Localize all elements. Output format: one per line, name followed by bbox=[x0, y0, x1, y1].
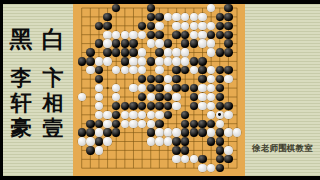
black-stone bbox=[103, 48, 111, 56]
go-board[interactable] bbox=[73, 4, 245, 176]
white-stone bbox=[172, 57, 180, 65]
black-stone bbox=[224, 155, 232, 163]
white-stone bbox=[155, 57, 163, 65]
white-stone bbox=[103, 137, 111, 145]
white-stone bbox=[198, 39, 206, 47]
black-player-name-column: 黑李轩豪 bbox=[9, 27, 33, 139]
white-stone bbox=[190, 22, 198, 30]
black-stone bbox=[103, 22, 111, 30]
white-stone bbox=[172, 93, 180, 101]
white-stone bbox=[207, 39, 215, 47]
white-stone bbox=[216, 120, 224, 128]
white-stone bbox=[121, 111, 129, 119]
black-stone bbox=[147, 128, 155, 136]
black-stone bbox=[216, 128, 224, 136]
black-stone bbox=[78, 57, 86, 65]
black-stone bbox=[86, 57, 94, 65]
white-stone bbox=[172, 13, 180, 21]
black-stone bbox=[86, 146, 94, 154]
white-stone bbox=[164, 48, 172, 56]
white-stone bbox=[95, 146, 103, 154]
player-color-label: 白 bbox=[41, 27, 65, 51]
black-stone bbox=[147, 22, 155, 30]
white-stone bbox=[190, 13, 198, 21]
black-stone bbox=[198, 120, 206, 128]
black-stone bbox=[181, 137, 189, 145]
white-stone bbox=[86, 137, 94, 145]
white-stone bbox=[172, 128, 180, 136]
white-stone bbox=[198, 164, 206, 172]
black-stone bbox=[121, 57, 129, 65]
black-stone bbox=[155, 102, 163, 110]
black-stone bbox=[224, 13, 232, 21]
white-stone bbox=[198, 13, 206, 21]
white-stone bbox=[147, 120, 155, 128]
last-move-marker bbox=[218, 113, 221, 116]
white-stone bbox=[95, 57, 103, 65]
white-stone bbox=[155, 111, 163, 119]
black-stone bbox=[147, 31, 155, 39]
black-stone bbox=[129, 102, 137, 110]
white-stone bbox=[198, 31, 206, 39]
black-stone bbox=[147, 4, 155, 12]
black-stone bbox=[155, 75, 163, 83]
black-stone bbox=[112, 48, 120, 56]
black-stone bbox=[103, 128, 111, 136]
white-stone bbox=[172, 22, 180, 30]
white-stone bbox=[198, 93, 206, 101]
black-stone bbox=[147, 57, 155, 65]
black-stone bbox=[190, 120, 198, 128]
black-stone bbox=[147, 102, 155, 110]
player-name-char: 壹 bbox=[41, 117, 65, 139]
white-stone bbox=[155, 128, 163, 136]
white-stone bbox=[103, 31, 111, 39]
black-stone bbox=[190, 102, 198, 110]
video-frame: 黑李轩豪 白卞相壹 徐老师围棋教室 bbox=[0, 0, 320, 180]
black-stone bbox=[103, 13, 111, 21]
black-stone bbox=[216, 31, 224, 39]
black-stone bbox=[86, 120, 94, 128]
white-stone bbox=[103, 120, 111, 128]
black-stone bbox=[224, 66, 232, 74]
white-stone bbox=[181, 48, 189, 56]
player-name-char: 轩 bbox=[9, 92, 33, 114]
white-stone bbox=[103, 111, 111, 119]
white-stone bbox=[224, 75, 232, 83]
black-stone bbox=[172, 31, 180, 39]
white-stone bbox=[103, 39, 111, 47]
black-stone bbox=[155, 13, 163, 21]
black-stone bbox=[121, 102, 129, 110]
white-stone bbox=[155, 22, 163, 30]
black-stone bbox=[216, 137, 224, 145]
black-stone bbox=[129, 39, 137, 47]
black-stone bbox=[224, 48, 232, 56]
black-stone bbox=[198, 128, 206, 136]
white-stone bbox=[95, 128, 103, 136]
player-name-char: 豪 bbox=[9, 117, 33, 139]
white-stone bbox=[224, 128, 232, 136]
white-stone bbox=[147, 93, 155, 101]
black-stone bbox=[216, 146, 224, 154]
black-stone bbox=[224, 39, 232, 47]
black-stone bbox=[155, 48, 163, 56]
white-stone bbox=[95, 111, 103, 119]
black-stone bbox=[95, 137, 103, 145]
black-stone bbox=[172, 137, 180, 145]
black-stone bbox=[181, 146, 189, 154]
white-stone bbox=[147, 39, 155, 47]
white-stone-last-move bbox=[216, 111, 224, 119]
letterbox-left bbox=[0, 0, 3, 180]
black-stone bbox=[198, 75, 206, 83]
black-stone bbox=[95, 39, 103, 47]
white-stone bbox=[224, 146, 232, 154]
black-stone bbox=[95, 120, 103, 128]
black-stone bbox=[190, 57, 198, 65]
white-stone bbox=[224, 111, 232, 119]
black-stone bbox=[172, 146, 180, 154]
black-stone bbox=[95, 22, 103, 30]
black-stone bbox=[121, 48, 129, 56]
white-stone bbox=[172, 48, 180, 56]
black-stone bbox=[224, 31, 232, 39]
black-stone bbox=[78, 128, 86, 136]
black-stone bbox=[155, 31, 163, 39]
white-stone bbox=[103, 57, 111, 65]
white-stone bbox=[138, 48, 146, 56]
white-stone bbox=[164, 57, 172, 65]
white-stone bbox=[155, 137, 163, 145]
white-stone bbox=[198, 22, 206, 30]
white-stone bbox=[233, 128, 241, 136]
player-name-char: 卞 bbox=[41, 67, 65, 89]
black-stone bbox=[155, 84, 163, 92]
black-stone bbox=[86, 48, 94, 56]
white-stone bbox=[129, 84, 137, 92]
white-stone bbox=[164, 137, 172, 145]
black-stone bbox=[224, 4, 232, 12]
letterbox-top bbox=[0, 0, 320, 4]
black-stone bbox=[172, 84, 180, 92]
white-stone bbox=[164, 128, 172, 136]
black-stone bbox=[207, 137, 215, 145]
black-stone bbox=[147, 13, 155, 21]
player-color-label: 黑 bbox=[9, 27, 33, 51]
player-name-char: 相 bbox=[41, 92, 65, 114]
white-stone bbox=[198, 102, 206, 110]
player-name-char: 李 bbox=[9, 67, 33, 89]
black-stone bbox=[216, 13, 224, 21]
watermark-text: 徐老师围棋教室 bbox=[252, 143, 318, 153]
white-stone bbox=[129, 57, 137, 65]
black-stone bbox=[86, 128, 94, 136]
white-stone bbox=[78, 137, 86, 145]
white-stone bbox=[147, 111, 155, 119]
white-stone bbox=[121, 120, 129, 128]
white-stone bbox=[138, 57, 146, 65]
white-stone bbox=[207, 128, 215, 136]
black-stone bbox=[155, 120, 163, 128]
white-stone bbox=[172, 102, 180, 110]
white-stone bbox=[155, 66, 163, 74]
white-stone bbox=[121, 31, 129, 39]
white-stone bbox=[129, 31, 137, 39]
black-stone bbox=[198, 57, 206, 65]
white-stone bbox=[129, 111, 137, 119]
black-stone bbox=[164, 111, 172, 119]
black-stone bbox=[129, 48, 137, 56]
white-stone bbox=[129, 120, 137, 128]
white-stone bbox=[181, 57, 189, 65]
white-stone bbox=[190, 31, 198, 39]
black-stone bbox=[224, 102, 232, 110]
black-stone bbox=[190, 39, 198, 47]
black-stone bbox=[224, 22, 232, 30]
black-stone bbox=[155, 93, 163, 101]
black-stone bbox=[216, 48, 224, 56]
white-player-name-column: 白卞相壹 bbox=[41, 27, 65, 139]
white-stone bbox=[78, 93, 86, 101]
black-stone bbox=[216, 93, 224, 101]
black-stone bbox=[164, 39, 172, 47]
white-stone bbox=[155, 39, 163, 47]
white-stone bbox=[198, 84, 206, 92]
white-stone bbox=[207, 48, 215, 56]
letterbox-bottom bbox=[0, 176, 320, 180]
white-stone bbox=[86, 66, 94, 74]
black-stone bbox=[216, 102, 224, 110]
black-stone bbox=[216, 22, 224, 30]
black-stone bbox=[121, 39, 129, 47]
black-stone bbox=[190, 128, 198, 136]
white-stone bbox=[147, 137, 155, 145]
